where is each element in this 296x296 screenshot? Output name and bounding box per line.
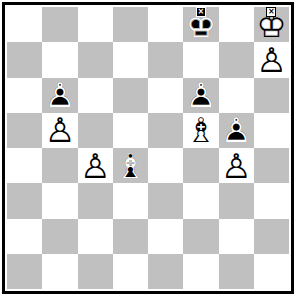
square-a4[interactable] — [7, 148, 42, 183]
pawn-outline-glyph: ♙ — [78, 148, 113, 183]
pawn-outline-glyph: ♙ — [219, 113, 254, 148]
square-d5[interactable] — [113, 113, 148, 148]
square-g5[interactable]: ♟♙ — [219, 113, 254, 148]
square-h8[interactable]: ♚♔× — [254, 7, 289, 42]
square-b8[interactable] — [42, 7, 77, 42]
pawn-outline-glyph: ♙ — [254, 42, 289, 77]
square-f6[interactable]: ♟♙ — [183, 78, 218, 113]
square-a6[interactable] — [7, 78, 42, 113]
piece-white-pawn[interactable]: ♟♙ — [42, 113, 77, 148]
square-b2[interactable] — [42, 219, 77, 254]
bishop-fill-glyph: ♝ — [113, 148, 148, 183]
square-e1[interactable] — [148, 254, 183, 289]
square-d3[interactable] — [113, 183, 148, 218]
piece-black-pawn[interactable]: ♟♙ — [183, 78, 218, 113]
square-e4[interactable] — [148, 148, 183, 183]
square-a5[interactable] — [7, 113, 42, 148]
square-c3[interactable] — [78, 183, 113, 218]
square-e6[interactable] — [148, 78, 183, 113]
square-g4[interactable]: ♟♙ — [219, 148, 254, 183]
square-h1[interactable] — [254, 254, 289, 289]
piece-black-pawn[interactable]: ♟♙ — [42, 78, 77, 113]
square-c6[interactable] — [78, 78, 113, 113]
square-f5[interactable]: ♝♗ — [183, 113, 218, 148]
square-f2[interactable] — [183, 219, 218, 254]
bishop-outline-glyph: ♗ — [183, 113, 218, 148]
square-h5[interactable] — [254, 113, 289, 148]
square-d6[interactable] — [113, 78, 148, 113]
square-f3[interactable] — [183, 183, 218, 218]
chess-board: ♚♔×♚♔×♟♙♟♙♟♙♟♙♝♗♟♙♟♙♝♗♟♙ — [7, 7, 289, 289]
square-a8[interactable] — [7, 7, 42, 42]
square-g7[interactable] — [219, 42, 254, 77]
square-f8[interactable]: ♚♔× — [183, 7, 218, 42]
square-h7[interactable]: ♟♙ — [254, 42, 289, 77]
square-f4[interactable] — [183, 148, 218, 183]
square-h2[interactable] — [254, 219, 289, 254]
square-b4[interactable] — [42, 148, 77, 183]
pawn-fill-glyph: ♟ — [42, 78, 77, 113]
piece-black-pawn[interactable]: ♟♙ — [219, 113, 254, 148]
bishop-outline-glyph: ♗ — [113, 148, 148, 183]
square-h4[interactable] — [254, 148, 289, 183]
square-g1[interactable] — [219, 254, 254, 289]
square-c7[interactable] — [78, 42, 113, 77]
piece-black-king[interactable]: ♚♔× — [183, 7, 218, 42]
square-e2[interactable] — [148, 219, 183, 254]
square-a3[interactable] — [7, 183, 42, 218]
square-c4[interactable]: ♟♙ — [78, 148, 113, 183]
square-c8[interactable] — [78, 7, 113, 42]
piece-white-pawn[interactable]: ♟♙ — [219, 148, 254, 183]
square-c1[interactable] — [78, 254, 113, 289]
pawn-fill-glyph: ♟ — [219, 148, 254, 183]
square-d8[interactable] — [113, 7, 148, 42]
square-c2[interactable] — [78, 219, 113, 254]
square-g2[interactable] — [219, 219, 254, 254]
square-a1[interactable] — [7, 254, 42, 289]
square-b6[interactable]: ♟♙ — [42, 78, 77, 113]
square-h3[interactable] — [254, 183, 289, 218]
pawn-fill-glyph: ♟ — [78, 148, 113, 183]
square-d7[interactable] — [113, 42, 148, 77]
square-b3[interactable] — [42, 183, 77, 218]
square-f7[interactable] — [183, 42, 218, 77]
piece-black-bishop[interactable]: ♝♗ — [113, 148, 148, 183]
square-g8[interactable] — [219, 7, 254, 42]
pawn-outline-glyph: ♙ — [183, 78, 218, 113]
square-f1[interactable] — [183, 254, 218, 289]
square-b5[interactable]: ♟♙ — [42, 113, 77, 148]
piece-white-bishop[interactable]: ♝♗ — [183, 113, 218, 148]
chess-diagram: ♚♔×♚♔×♟♙♟♙♟♙♟♙♝♗♟♙♟♙♝♗♟♙ — [0, 0, 296, 296]
square-g3[interactable] — [219, 183, 254, 218]
square-e7[interactable] — [148, 42, 183, 77]
square-h6[interactable] — [254, 78, 289, 113]
pawn-fill-glyph: ♟ — [254, 42, 289, 77]
pawn-outline-glyph: ♙ — [219, 148, 254, 183]
piece-white-pawn[interactable]: ♟♙ — [78, 148, 113, 183]
square-b7[interactable] — [42, 42, 77, 77]
square-e8[interactable] — [148, 7, 183, 42]
pawn-fill-glyph: ♟ — [42, 113, 77, 148]
pawn-fill-glyph: ♟ — [219, 113, 254, 148]
square-g6[interactable] — [219, 78, 254, 113]
pawn-outline-glyph: ♙ — [42, 78, 77, 113]
board-frame: ♚♔×♚♔×♟♙♟♙♟♙♟♙♝♗♟♙♟♙♝♗♟♙ — [2, 2, 294, 294]
square-a2[interactable] — [7, 219, 42, 254]
king-cross-marker-icon: × — [196, 7, 206, 17]
square-a7[interactable] — [7, 42, 42, 77]
square-e3[interactable] — [148, 183, 183, 218]
king-cross-marker-icon: × — [266, 7, 276, 17]
square-d1[interactable] — [113, 254, 148, 289]
square-e5[interactable] — [148, 113, 183, 148]
bishop-fill-glyph: ♝ — [183, 113, 218, 148]
square-d4[interactable]: ♝♗ — [113, 148, 148, 183]
piece-white-king[interactable]: ♚♔× — [254, 7, 289, 42]
square-b1[interactable] — [42, 254, 77, 289]
pawn-outline-glyph: ♙ — [42, 113, 77, 148]
piece-white-pawn[interactable]: ♟♙ — [254, 42, 289, 77]
square-d2[interactable] — [113, 219, 148, 254]
square-c5[interactable] — [78, 113, 113, 148]
pawn-fill-glyph: ♟ — [183, 78, 218, 113]
